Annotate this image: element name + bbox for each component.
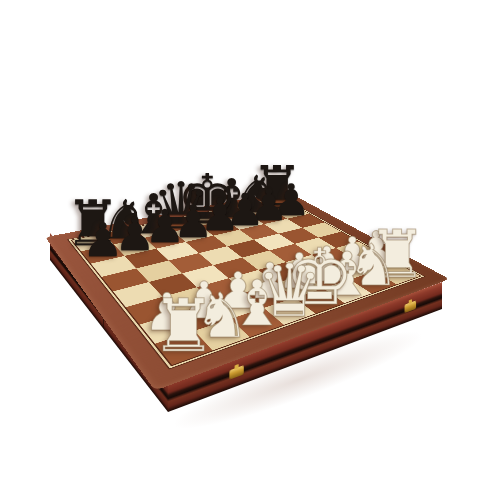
brass-latch-left-icon <box>229 365 243 380</box>
chess-set-photo: ♜♞♟♝♟♚♟♛♟♝♟♞♟♜♟♟♟♟♜♟♞♟♝♟♚♟♛♟♝♟♞♜ <box>0 0 500 500</box>
piece-black-pawn: ♟ <box>82 217 124 264</box>
brass-latch-right-icon <box>405 300 417 313</box>
piece-white-rook: ♜ <box>151 290 216 363</box>
